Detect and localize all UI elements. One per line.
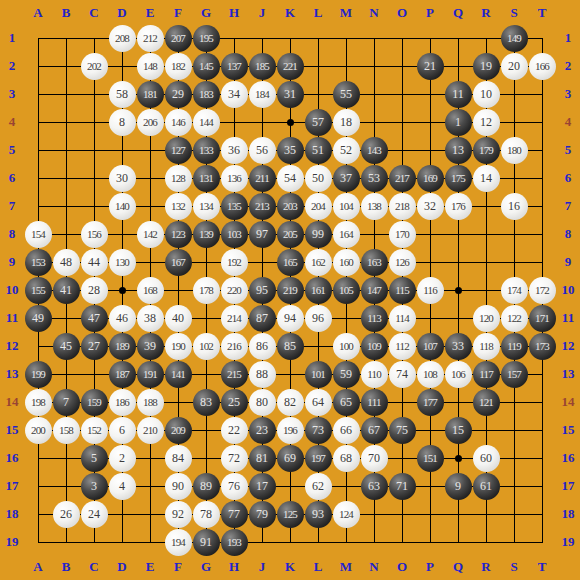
white-stone-O7-move-218[interactable]: 218 bbox=[389, 193, 416, 220]
move-number: 17 bbox=[256, 479, 268, 494]
black-stone-F8-move-123[interactable]: 123 bbox=[165, 221, 192, 248]
black-stone-A10-move-155[interactable]: 155 bbox=[25, 277, 52, 304]
black-stone-L5-move-51[interactable]: 51 bbox=[305, 137, 332, 164]
black-stone-P14-move-177[interactable]: 177 bbox=[417, 389, 444, 416]
black-stone-K12-move-85[interactable]: 85 bbox=[277, 333, 304, 360]
move-number: 200 bbox=[31, 424, 45, 436]
row-label-left-11: 11 bbox=[0, 308, 26, 328]
white-stone-S5-move-180[interactable]: 180 bbox=[501, 137, 528, 164]
white-stone-H16-move-72[interactable]: 72 bbox=[221, 445, 248, 472]
white-stone-D4-move-8[interactable]: 8 bbox=[109, 109, 136, 136]
move-number: 93 bbox=[312, 507, 324, 522]
white-stone-D16-move-2[interactable]: 2 bbox=[109, 445, 136, 472]
move-number: 8 bbox=[119, 115, 125, 130]
move-number: 16 bbox=[508, 199, 520, 214]
white-stone-S2-move-20[interactable]: 20 bbox=[501, 53, 528, 80]
black-stone-K8-move-205[interactable]: 205 bbox=[277, 221, 304, 248]
white-stone-D6-move-30[interactable]: 30 bbox=[109, 165, 136, 192]
black-stone-K10-move-219[interactable]: 219 bbox=[277, 277, 304, 304]
black-stone-O15-move-75[interactable]: 75 bbox=[389, 417, 416, 444]
col-label-top-K: K bbox=[276, 3, 304, 23]
move-number: 58 bbox=[116, 87, 128, 102]
black-stone-M13-move-59[interactable]: 59 bbox=[333, 361, 360, 388]
move-number: 191 bbox=[143, 368, 157, 380]
black-stone-G6-move-131[interactable]: 131 bbox=[193, 165, 220, 192]
black-stone-K7-move-203[interactable]: 203 bbox=[277, 193, 304, 220]
black-stone-H18-move-77[interactable]: 77 bbox=[221, 501, 248, 528]
black-stone-C16-move-5[interactable]: 5 bbox=[81, 445, 108, 472]
move-number: 134 bbox=[199, 200, 213, 212]
white-stone-D17-move-4[interactable]: 4 bbox=[109, 473, 136, 500]
white-stone-J12-move-86[interactable]: 86 bbox=[249, 333, 276, 360]
white-stone-N16-move-70[interactable]: 70 bbox=[361, 445, 388, 472]
move-number: 10 bbox=[480, 87, 492, 102]
black-stone-M6-move-37[interactable]: 37 bbox=[333, 165, 360, 192]
white-stone-J13-move-88[interactable]: 88 bbox=[249, 361, 276, 388]
row-label-left-12: 12 bbox=[0, 336, 26, 356]
black-stone-A11-move-49[interactable]: 49 bbox=[25, 305, 52, 332]
white-stone-D9-move-130[interactable]: 130 bbox=[109, 249, 136, 276]
move-number: 100 bbox=[339, 340, 353, 352]
white-stone-C8-move-156[interactable]: 156 bbox=[81, 221, 108, 248]
col-label-top-P: P bbox=[416, 3, 444, 23]
white-stone-D11-move-46[interactable]: 46 bbox=[109, 305, 136, 332]
white-stone-H10-move-220[interactable]: 220 bbox=[221, 277, 248, 304]
black-stone-B14-move-7[interactable]: 7 bbox=[53, 389, 80, 416]
black-stone-C11-move-47[interactable]: 47 bbox=[81, 305, 108, 332]
white-stone-L6-move-50[interactable]: 50 bbox=[305, 165, 332, 192]
black-stone-J16-move-81[interactable]: 81 bbox=[249, 445, 276, 472]
white-stone-J5-move-56[interactable]: 56 bbox=[249, 137, 276, 164]
black-stone-H2-move-137[interactable]: 137 bbox=[221, 53, 248, 80]
black-stone-F9-move-167[interactable]: 167 bbox=[165, 249, 192, 276]
black-stone-L15-move-73[interactable]: 73 bbox=[305, 417, 332, 444]
move-number: 73 bbox=[312, 423, 324, 438]
black-stone-N15-move-67[interactable]: 67 bbox=[361, 417, 388, 444]
move-number: 35 bbox=[284, 143, 296, 158]
white-stone-L11-move-96[interactable]: 96 bbox=[305, 305, 332, 332]
black-stone-Q3-move-11[interactable]: 11 bbox=[445, 81, 472, 108]
move-number: 207 bbox=[171, 32, 185, 44]
black-stone-P12-move-107[interactable]: 107 bbox=[417, 333, 444, 360]
white-stone-P10-move-116[interactable]: 116 bbox=[417, 277, 444, 304]
black-stone-T11-move-171[interactable]: 171 bbox=[529, 305, 556, 332]
move-number: 144 bbox=[199, 116, 213, 128]
col-label-bottom-B: B bbox=[52, 557, 80, 577]
white-stone-E1-move-212[interactable]: 212 bbox=[137, 25, 164, 52]
move-number: 19 bbox=[480, 59, 492, 74]
white-stone-N7-move-138[interactable]: 138 bbox=[361, 193, 388, 220]
black-stone-N5-move-143[interactable]: 143 bbox=[361, 137, 388, 164]
move-number: 131 bbox=[199, 172, 213, 184]
black-stone-N11-move-113[interactable]: 113 bbox=[361, 305, 388, 332]
black-stone-K16-move-69[interactable]: 69 bbox=[277, 445, 304, 472]
white-stone-H17-move-76[interactable]: 76 bbox=[221, 473, 248, 500]
move-number: 81 bbox=[256, 451, 268, 466]
white-stone-D7-move-140[interactable]: 140 bbox=[109, 193, 136, 220]
white-stone-G4-move-144[interactable]: 144 bbox=[193, 109, 220, 136]
move-number: 1 bbox=[455, 115, 461, 130]
white-stone-F11-move-40[interactable]: 40 bbox=[165, 305, 192, 332]
move-number: 117 bbox=[479, 368, 493, 380]
black-stone-P2-move-21[interactable]: 21 bbox=[417, 53, 444, 80]
white-stone-B18-move-26[interactable]: 26 bbox=[53, 501, 80, 528]
white-stone-R3-move-10[interactable]: 10 bbox=[473, 81, 500, 108]
white-stone-D15-move-6[interactable]: 6 bbox=[109, 417, 136, 444]
white-stone-B9-move-48[interactable]: 48 bbox=[53, 249, 80, 276]
black-stone-K9-move-165[interactable]: 165 bbox=[277, 249, 304, 276]
white-stone-K11-move-94[interactable]: 94 bbox=[277, 305, 304, 332]
move-number: 34 bbox=[228, 87, 240, 102]
col-label-bottom-P: P bbox=[416, 557, 444, 577]
move-number: 141 bbox=[171, 368, 185, 380]
black-stone-G2-move-145[interactable]: 145 bbox=[193, 53, 220, 80]
white-stone-M5-move-52[interactable]: 52 bbox=[333, 137, 360, 164]
black-stone-L10-move-161[interactable]: 161 bbox=[305, 277, 332, 304]
move-number: 49 bbox=[32, 311, 44, 326]
white-stone-C15-move-152[interactable]: 152 bbox=[81, 417, 108, 444]
black-stone-E3-move-181[interactable]: 181 bbox=[137, 81, 164, 108]
black-stone-J10-move-95[interactable]: 95 bbox=[249, 277, 276, 304]
black-stone-Q4-move-1[interactable]: 1 bbox=[445, 109, 472, 136]
white-stone-F17-move-90[interactable]: 90 bbox=[165, 473, 192, 500]
black-stone-C14-move-159[interactable]: 159 bbox=[81, 389, 108, 416]
white-stone-E10-move-168[interactable]: 168 bbox=[137, 277, 164, 304]
black-stone-F13-move-141[interactable]: 141 bbox=[165, 361, 192, 388]
move-number: 149 bbox=[507, 32, 521, 44]
move-number: 67 bbox=[368, 423, 380, 438]
white-stone-C18-move-24[interactable]: 24 bbox=[81, 501, 108, 528]
black-stone-L4-move-57[interactable]: 57 bbox=[305, 109, 332, 136]
black-stone-H14-move-25[interactable]: 25 bbox=[221, 389, 248, 416]
move-number: 18 bbox=[340, 115, 352, 130]
move-number: 26 bbox=[60, 507, 72, 522]
black-stone-K18-move-125[interactable]: 125 bbox=[277, 501, 304, 528]
black-stone-H13-move-215[interactable]: 215 bbox=[221, 361, 248, 388]
black-stone-L16-move-197[interactable]: 197 bbox=[305, 445, 332, 472]
black-stone-G8-move-139[interactable]: 139 bbox=[193, 221, 220, 248]
white-stone-M8-move-164[interactable]: 164 bbox=[333, 221, 360, 248]
col-label-bottom-D: D bbox=[108, 557, 136, 577]
white-stone-M15-move-66[interactable]: 66 bbox=[333, 417, 360, 444]
move-number: 119 bbox=[507, 340, 521, 352]
white-stone-D3-move-58[interactable]: 58 bbox=[109, 81, 136, 108]
black-stone-N9-move-163[interactable]: 163 bbox=[361, 249, 388, 276]
row-label-right-14: 14 bbox=[554, 392, 580, 412]
white-stone-R16-move-60[interactable]: 60 bbox=[473, 445, 500, 472]
white-stone-A14-move-198[interactable]: 198 bbox=[25, 389, 52, 416]
move-number: 159 bbox=[87, 396, 101, 408]
move-number: 210 bbox=[143, 424, 157, 436]
white-stone-H6-move-136[interactable]: 136 bbox=[221, 165, 248, 192]
black-stone-J15-move-23[interactable]: 23 bbox=[249, 417, 276, 444]
white-stone-P13-move-108[interactable]: 108 bbox=[417, 361, 444, 388]
black-stone-M3-move-55[interactable]: 55 bbox=[333, 81, 360, 108]
white-stone-T2-move-166[interactable]: 166 bbox=[529, 53, 556, 80]
white-stone-N13-move-110[interactable]: 110 bbox=[361, 361, 388, 388]
move-number: 5 bbox=[91, 451, 97, 466]
move-number: 25 bbox=[228, 395, 240, 410]
black-stone-Q5-move-13[interactable]: 13 bbox=[445, 137, 472, 164]
black-stone-N12-move-109[interactable]: 109 bbox=[361, 333, 388, 360]
white-stone-G18-move-78[interactable]: 78 bbox=[193, 501, 220, 528]
move-number: 133 bbox=[199, 144, 213, 156]
white-stone-T10-move-172[interactable]: 172 bbox=[529, 277, 556, 304]
white-stone-M12-move-100[interactable]: 100 bbox=[333, 333, 360, 360]
white-stone-A8-move-154[interactable]: 154 bbox=[25, 221, 52, 248]
black-stone-J2-move-185[interactable]: 185 bbox=[249, 53, 276, 80]
row-label-right-3: 3 bbox=[554, 84, 580, 104]
black-stone-T12-move-173[interactable]: 173 bbox=[529, 333, 556, 360]
move-number: 173 bbox=[535, 340, 549, 352]
white-stone-K15-move-196[interactable]: 196 bbox=[277, 417, 304, 444]
black-stone-Q17-move-9[interactable]: 9 bbox=[445, 473, 472, 500]
black-stone-L8-move-99[interactable]: 99 bbox=[305, 221, 332, 248]
white-stone-F16-move-84[interactable]: 84 bbox=[165, 445, 192, 472]
white-stone-E8-move-142[interactable]: 142 bbox=[137, 221, 164, 248]
move-number: 130 bbox=[115, 256, 129, 268]
move-number: 218 bbox=[395, 200, 409, 212]
black-stone-F15-move-209[interactable]: 209 bbox=[165, 417, 192, 444]
black-stone-D12-move-189[interactable]: 189 bbox=[109, 333, 136, 360]
black-stone-J17-move-17[interactable]: 17 bbox=[249, 473, 276, 500]
black-stone-B12-move-45[interactable]: 45 bbox=[53, 333, 80, 360]
black-stone-G3-move-183[interactable]: 183 bbox=[193, 81, 220, 108]
black-stone-G14-move-83[interactable]: 83 bbox=[193, 389, 220, 416]
move-number: 3 bbox=[91, 479, 97, 494]
white-stone-R12-move-118[interactable]: 118 bbox=[473, 333, 500, 360]
black-stone-K5-move-35[interactable]: 35 bbox=[277, 137, 304, 164]
white-stone-S11-move-122[interactable]: 122 bbox=[501, 305, 528, 332]
black-stone-F3-move-29[interactable]: 29 bbox=[165, 81, 192, 108]
black-stone-A9-move-153[interactable]: 153 bbox=[25, 249, 52, 276]
white-stone-Q13-move-106[interactable]: 106 bbox=[445, 361, 472, 388]
black-stone-S1-move-149[interactable]: 149 bbox=[501, 25, 528, 52]
black-stone-A13-move-199[interactable]: 199 bbox=[25, 361, 52, 388]
move-number: 216 bbox=[227, 340, 241, 352]
white-stone-G7-move-134[interactable]: 134 bbox=[193, 193, 220, 220]
white-stone-F6-move-128[interactable]: 128 bbox=[165, 165, 192, 192]
move-number: 114 bbox=[395, 312, 409, 324]
move-number: 84 bbox=[172, 451, 184, 466]
white-stone-H9-move-192[interactable]: 192 bbox=[221, 249, 248, 276]
white-stone-R4-move-12[interactable]: 12 bbox=[473, 109, 500, 136]
move-number: 89 bbox=[200, 479, 212, 494]
move-number: 170 bbox=[395, 228, 409, 240]
black-stone-P6-move-169[interactable]: 169 bbox=[417, 165, 444, 192]
black-stone-G5-move-133[interactable]: 133 bbox=[193, 137, 220, 164]
col-label-bottom-R: R bbox=[472, 557, 500, 577]
move-number: 206 bbox=[143, 116, 157, 128]
white-stone-M7-move-104[interactable]: 104 bbox=[333, 193, 360, 220]
black-stone-L18-move-93[interactable]: 93 bbox=[305, 501, 332, 528]
move-number: 212 bbox=[143, 32, 157, 44]
white-stone-O8-move-170[interactable]: 170 bbox=[389, 221, 416, 248]
white-stone-D1-move-208[interactable]: 208 bbox=[109, 25, 136, 52]
row-label-left-10: 10 bbox=[0, 280, 26, 300]
move-number: 187 bbox=[115, 368, 129, 380]
black-stone-B10-move-41[interactable]: 41 bbox=[53, 277, 80, 304]
move-number: 51 bbox=[312, 143, 324, 158]
black-stone-Q6-move-175[interactable]: 175 bbox=[445, 165, 472, 192]
black-stone-C17-move-3[interactable]: 3 bbox=[81, 473, 108, 500]
black-stone-M14-move-65[interactable]: 65 bbox=[333, 389, 360, 416]
row-label-right-10: 10 bbox=[554, 280, 580, 300]
black-stone-Q12-move-33[interactable]: 33 bbox=[445, 333, 472, 360]
black-stone-O10-move-115[interactable]: 115 bbox=[389, 277, 416, 304]
white-stone-S7-move-16[interactable]: 16 bbox=[501, 193, 528, 220]
col-label-top-M: M bbox=[332, 3, 360, 23]
white-stone-J3-move-184[interactable]: 184 bbox=[249, 81, 276, 108]
move-number: 124 bbox=[339, 508, 353, 520]
row-label-left-2: 2 bbox=[0, 56, 26, 76]
white-stone-O11-move-114[interactable]: 114 bbox=[389, 305, 416, 332]
black-stone-H7-move-135[interactable]: 135 bbox=[221, 193, 248, 220]
black-stone-O6-move-217[interactable]: 217 bbox=[389, 165, 416, 192]
white-stone-F18-move-92[interactable]: 92 bbox=[165, 501, 192, 528]
white-stone-M18-move-124[interactable]: 124 bbox=[333, 501, 360, 528]
move-number: 75 bbox=[396, 423, 408, 438]
white-stone-R11-move-120[interactable]: 120 bbox=[473, 305, 500, 332]
white-stone-J14-move-80[interactable]: 80 bbox=[249, 389, 276, 416]
black-stone-N6-move-53[interactable]: 53 bbox=[361, 165, 388, 192]
white-stone-H3-move-34[interactable]: 34 bbox=[221, 81, 248, 108]
black-stone-R5-move-179[interactable]: 179 bbox=[473, 137, 500, 164]
black-stone-H8-move-103[interactable]: 103 bbox=[221, 221, 248, 248]
black-stone-O17-move-71[interactable]: 71 bbox=[389, 473, 416, 500]
black-stone-C12-move-27[interactable]: 27 bbox=[81, 333, 108, 360]
move-number: 135 bbox=[227, 200, 241, 212]
white-stone-S10-move-174[interactable]: 174 bbox=[501, 277, 528, 304]
move-number: 174 bbox=[507, 284, 521, 296]
white-stone-P7-move-32[interactable]: 32 bbox=[417, 193, 444, 220]
white-stone-E14-move-188[interactable]: 188 bbox=[137, 389, 164, 416]
white-stone-E4-move-206[interactable]: 206 bbox=[137, 109, 164, 136]
col-label-bottom-G: G bbox=[192, 557, 220, 577]
white-stone-C2-move-202[interactable]: 202 bbox=[81, 53, 108, 80]
move-number: 138 bbox=[367, 200, 381, 212]
black-stone-E13-move-191[interactable]: 191 bbox=[137, 361, 164, 388]
black-stone-N10-move-147[interactable]: 147 bbox=[361, 277, 388, 304]
white-stone-M9-move-160[interactable]: 160 bbox=[333, 249, 360, 276]
black-stone-S13-move-157[interactable]: 157 bbox=[501, 361, 528, 388]
white-stone-C9-move-44[interactable]: 44 bbox=[81, 249, 108, 276]
row-label-left-14: 14 bbox=[0, 392, 26, 412]
move-number: 107 bbox=[423, 340, 437, 352]
move-number: 59 bbox=[340, 367, 352, 382]
row-label-left-7: 7 bbox=[0, 196, 26, 216]
black-stone-N17-move-63[interactable]: 63 bbox=[361, 473, 388, 500]
white-stone-Q7-move-176[interactable]: 176 bbox=[445, 193, 472, 220]
black-stone-G19-move-91[interactable]: 91 bbox=[193, 529, 220, 556]
black-stone-H19-move-193[interactable]: 193 bbox=[221, 529, 248, 556]
black-stone-J11-move-87[interactable]: 87 bbox=[249, 305, 276, 332]
white-stone-H11-move-214[interactable]: 214 bbox=[221, 305, 248, 332]
black-stone-J6-move-211[interactable]: 211 bbox=[249, 165, 276, 192]
black-stone-R13-move-117[interactable]: 117 bbox=[473, 361, 500, 388]
black-stone-D13-move-187[interactable]: 187 bbox=[109, 361, 136, 388]
move-number: 82 bbox=[284, 395, 296, 410]
white-stone-K14-move-82[interactable]: 82 bbox=[277, 389, 304, 416]
black-stone-Q15-move-15[interactable]: 15 bbox=[445, 417, 472, 444]
white-stone-O13-move-74[interactable]: 74 bbox=[389, 361, 416, 388]
white-stone-L9-move-162[interactable]: 162 bbox=[305, 249, 332, 276]
white-stone-G12-move-102[interactable]: 102 bbox=[193, 333, 220, 360]
row-label-right-16: 16 bbox=[554, 448, 580, 468]
move-number: 47 bbox=[88, 311, 100, 326]
white-stone-R6-move-14[interactable]: 14 bbox=[473, 165, 500, 192]
move-number: 65 bbox=[340, 395, 352, 410]
black-stone-L13-move-101[interactable]: 101 bbox=[305, 361, 332, 388]
move-number: 44 bbox=[88, 255, 100, 270]
white-stone-E2-move-148[interactable]: 148 bbox=[137, 53, 164, 80]
black-stone-F5-move-127[interactable]: 127 bbox=[165, 137, 192, 164]
white-stone-H5-move-36[interactable]: 36 bbox=[221, 137, 248, 164]
white-stone-L14-move-64[interactable]: 64 bbox=[305, 389, 332, 416]
white-stone-F12-move-190[interactable]: 190 bbox=[165, 333, 192, 360]
white-stone-K6-move-54[interactable]: 54 bbox=[277, 165, 304, 192]
white-stone-B15-move-158[interactable]: 158 bbox=[53, 417, 80, 444]
black-stone-R14-move-121[interactable]: 121 bbox=[473, 389, 500, 416]
white-stone-A15-move-200[interactable]: 200 bbox=[25, 417, 52, 444]
white-stone-F7-move-132[interactable]: 132 bbox=[165, 193, 192, 220]
white-stone-O9-move-126[interactable]: 126 bbox=[389, 249, 416, 276]
move-number: 158 bbox=[59, 424, 73, 436]
col-label-top-D: D bbox=[108, 3, 136, 23]
white-stone-E11-move-38[interactable]: 38 bbox=[137, 305, 164, 332]
white-stone-C10-move-28[interactable]: 28 bbox=[81, 277, 108, 304]
black-stone-G17-move-89[interactable]: 89 bbox=[193, 473, 220, 500]
black-stone-R17-move-61[interactable]: 61 bbox=[473, 473, 500, 500]
move-number: 46 bbox=[116, 311, 128, 326]
move-number: 110 bbox=[367, 368, 381, 380]
black-stone-K2-move-221[interactable]: 221 bbox=[277, 53, 304, 80]
black-stone-J18-move-79[interactable]: 79 bbox=[249, 501, 276, 528]
move-number: 143 bbox=[367, 144, 381, 156]
white-stone-M16-move-68[interactable]: 68 bbox=[333, 445, 360, 472]
white-stone-F2-move-182[interactable]: 182 bbox=[165, 53, 192, 80]
move-number: 140 bbox=[115, 200, 129, 212]
black-stone-E12-move-39[interactable]: 39 bbox=[137, 333, 164, 360]
black-stone-K3-move-31[interactable]: 31 bbox=[277, 81, 304, 108]
col-label-top-E: E bbox=[136, 3, 164, 23]
black-stone-G1-move-195[interactable]: 195 bbox=[193, 25, 220, 52]
white-stone-E15-move-210[interactable]: 210 bbox=[137, 417, 164, 444]
move-number: 156 bbox=[87, 228, 101, 240]
black-stone-M10-move-105[interactable]: 105 bbox=[333, 277, 360, 304]
black-stone-P16-move-151[interactable]: 151 bbox=[417, 445, 444, 472]
white-stone-O12-move-112[interactable]: 112 bbox=[389, 333, 416, 360]
black-stone-J8-move-97[interactable]: 97 bbox=[249, 221, 276, 248]
white-stone-M4-move-18[interactable]: 18 bbox=[333, 109, 360, 136]
black-stone-R2-move-19[interactable]: 19 bbox=[473, 53, 500, 80]
move-number: 76 bbox=[228, 479, 240, 494]
white-stone-H15-move-22[interactable]: 22 bbox=[221, 417, 248, 444]
white-stone-L7-move-204[interactable]: 204 bbox=[305, 193, 332, 220]
move-number: 202 bbox=[87, 60, 101, 72]
white-stone-G10-move-178[interactable]: 178 bbox=[193, 277, 220, 304]
black-stone-J7-move-213[interactable]: 213 bbox=[249, 193, 276, 220]
white-stone-F4-move-146[interactable]: 146 bbox=[165, 109, 192, 136]
white-stone-F19-move-194[interactable]: 194 bbox=[165, 529, 192, 556]
black-stone-F1-move-207[interactable]: 207 bbox=[165, 25, 192, 52]
white-stone-H12-move-216[interactable]: 216 bbox=[221, 333, 248, 360]
black-stone-S12-move-119[interactable]: 119 bbox=[501, 333, 528, 360]
white-stone-D14-move-186[interactable]: 186 bbox=[109, 389, 136, 416]
col-label-bottom-M: M bbox=[332, 557, 360, 577]
black-stone-N14-move-111[interactable]: 111 bbox=[361, 389, 388, 416]
white-stone-L17-move-62[interactable]: 62 bbox=[305, 473, 332, 500]
